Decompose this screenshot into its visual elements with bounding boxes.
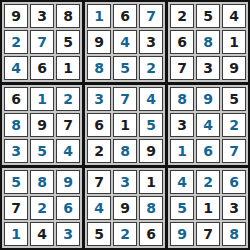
cell-r8c3[interactable]: 6 bbox=[56, 196, 80, 220]
cell-r4c4[interactable]: 3 bbox=[87, 87, 111, 111]
cell-r5c6[interactable]: 5 bbox=[139, 113, 163, 137]
cell-r6c6[interactable]: 9 bbox=[139, 139, 163, 163]
cell-r6c9[interactable]: 7 bbox=[222, 139, 246, 163]
cell-r3c3[interactable]: 1 bbox=[56, 56, 80, 80]
cell-r3c9[interactable]: 9 bbox=[222, 56, 246, 80]
cell-r4c7[interactable]: 8 bbox=[170, 87, 194, 111]
cell-r4c3[interactable]: 2 bbox=[56, 87, 80, 111]
cell-r6c1[interactable]: 3 bbox=[4, 139, 28, 163]
cell-r1c3[interactable]: 8 bbox=[56, 4, 80, 28]
cell-r3c1[interactable]: 4 bbox=[4, 56, 28, 80]
cell-r3c6[interactable]: 2 bbox=[139, 56, 163, 80]
cell-r2c8[interactable]: 8 bbox=[196, 30, 220, 54]
cell-r1c1[interactable]: 9 bbox=[4, 4, 28, 28]
cell-r4c9[interactable]: 5 bbox=[222, 87, 246, 111]
cell-r5c4[interactable]: 6 bbox=[87, 113, 111, 137]
cell-r3c7[interactable]: 7 bbox=[170, 56, 194, 80]
cell-r8c1[interactable]: 7 bbox=[4, 196, 28, 220]
cell-r7c8[interactable]: 2 bbox=[196, 170, 220, 194]
cell-r6c5[interactable]: 8 bbox=[113, 139, 137, 163]
cell-r8c8[interactable]: 1 bbox=[196, 196, 220, 220]
cell-r4c5[interactable]: 7 bbox=[113, 87, 137, 111]
cell-r7c3[interactable]: 9 bbox=[56, 170, 80, 194]
cell-r8c4[interactable]: 4 bbox=[87, 196, 111, 220]
cell-r1c5[interactable]: 6 bbox=[113, 4, 137, 28]
cell-r5c2[interactable]: 9 bbox=[30, 113, 54, 137]
cell-r2c1[interactable]: 2 bbox=[4, 30, 28, 54]
cell-r4c2[interactable]: 1 bbox=[30, 87, 54, 111]
sudoku-box-1: 938275461 bbox=[2, 2, 82, 82]
cell-r4c8[interactable]: 9 bbox=[196, 87, 220, 111]
cell-r6c2[interactable]: 5 bbox=[30, 139, 54, 163]
cell-r1c4[interactable]: 1 bbox=[87, 4, 111, 28]
cell-r3c4[interactable]: 8 bbox=[87, 56, 111, 80]
cell-r7c5[interactable]: 3 bbox=[113, 170, 137, 194]
sudoku-box-8: 731498526 bbox=[85, 168, 165, 248]
cell-r5c8[interactable]: 4 bbox=[196, 113, 220, 137]
cell-r6c3[interactable]: 4 bbox=[56, 139, 80, 163]
cell-r5c9[interactable]: 2 bbox=[222, 113, 246, 137]
sudoku-box-4: 612897354 bbox=[2, 85, 82, 165]
cell-r7c4[interactable]: 7 bbox=[87, 170, 111, 194]
cell-r7c7[interactable]: 4 bbox=[170, 170, 194, 194]
sudoku-box-9: 426513978 bbox=[168, 168, 248, 248]
cell-r7c9[interactable]: 6 bbox=[222, 170, 246, 194]
cell-r2c7[interactable]: 6 bbox=[170, 30, 194, 54]
cell-r5c3[interactable]: 7 bbox=[56, 113, 80, 137]
cell-r6c4[interactable]: 2 bbox=[87, 139, 111, 163]
cell-r9c4[interactable]: 5 bbox=[87, 222, 111, 246]
cell-r9c7[interactable]: 9 bbox=[170, 222, 194, 246]
cell-r4c6[interactable]: 4 bbox=[139, 87, 163, 111]
cell-r2c5[interactable]: 4 bbox=[113, 30, 137, 54]
cell-r8c2[interactable]: 2 bbox=[30, 196, 54, 220]
cell-r3c8[interactable]: 3 bbox=[196, 56, 220, 80]
cell-r8c9[interactable]: 3 bbox=[222, 196, 246, 220]
cell-r9c9[interactable]: 8 bbox=[222, 222, 246, 246]
cell-r2c9[interactable]: 1 bbox=[222, 30, 246, 54]
cell-r1c9[interactable]: 4 bbox=[222, 4, 246, 28]
cell-r9c5[interactable]: 2 bbox=[113, 222, 137, 246]
cell-r8c5[interactable]: 9 bbox=[113, 196, 137, 220]
cell-r1c2[interactable]: 3 bbox=[30, 4, 54, 28]
cell-r9c8[interactable]: 7 bbox=[196, 222, 220, 246]
cell-r1c6[interactable]: 7 bbox=[139, 4, 163, 28]
cell-r1c8[interactable]: 5 bbox=[196, 4, 220, 28]
sudoku-box-3: 254681739 bbox=[168, 2, 248, 82]
cell-r2c4[interactable]: 9 bbox=[87, 30, 111, 54]
cell-r9c3[interactable]: 3 bbox=[56, 222, 80, 246]
cell-r8c6[interactable]: 8 bbox=[139, 196, 163, 220]
sudoku-board: 9382754611679438522546817396128973543746… bbox=[0, 0, 250, 250]
cell-r6c7[interactable]: 1 bbox=[170, 139, 194, 163]
cell-r6c8[interactable]: 6 bbox=[196, 139, 220, 163]
cell-r9c6[interactable]: 6 bbox=[139, 222, 163, 246]
cell-r9c1[interactable]: 1 bbox=[4, 222, 28, 246]
cell-r3c2[interactable]: 6 bbox=[30, 56, 54, 80]
sudoku-box-6: 895342167 bbox=[168, 85, 248, 165]
cell-r9c2[interactable]: 4 bbox=[30, 222, 54, 246]
cell-r5c5[interactable]: 1 bbox=[113, 113, 137, 137]
cell-r7c2[interactable]: 8 bbox=[30, 170, 54, 194]
cell-r7c6[interactable]: 1 bbox=[139, 170, 163, 194]
cell-r7c1[interactable]: 5 bbox=[4, 170, 28, 194]
cell-r1c7[interactable]: 2 bbox=[170, 4, 194, 28]
sudoku-box-5: 374615289 bbox=[85, 85, 165, 165]
cell-r5c1[interactable]: 8 bbox=[4, 113, 28, 137]
cell-r3c5[interactable]: 5 bbox=[113, 56, 137, 80]
cell-r5c7[interactable]: 3 bbox=[170, 113, 194, 137]
cell-r2c6[interactable]: 3 bbox=[139, 30, 163, 54]
cell-r8c7[interactable]: 5 bbox=[170, 196, 194, 220]
cell-r4c1[interactable]: 6 bbox=[4, 87, 28, 111]
cell-r2c2[interactable]: 7 bbox=[30, 30, 54, 54]
sudoku-box-7: 589726143 bbox=[2, 168, 82, 248]
sudoku-box-2: 167943852 bbox=[85, 2, 165, 82]
cell-r2c3[interactable]: 5 bbox=[56, 30, 80, 54]
